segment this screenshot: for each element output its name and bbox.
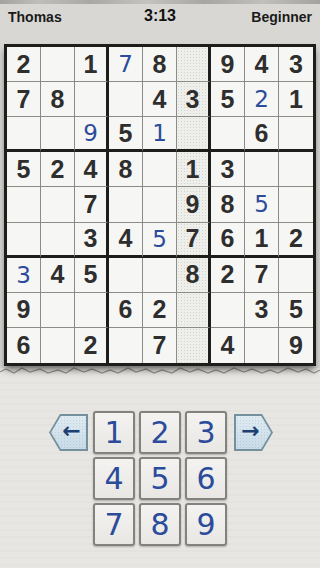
given-digit: 8 <box>51 85 65 114</box>
cell-r6c8[interactable]: 1 <box>245 223 279 258</box>
cell-r1c7[interactable]: 9 <box>211 47 245 82</box>
cell-r1c4[interactable]: 7 <box>109 47 143 82</box>
keypad-button-1[interactable]: 1 <box>93 411 135 454</box>
cell-r4c1[interactable]: 5 <box>7 152 41 187</box>
cell-r3c2[interactable] <box>41 117 75 152</box>
given-digit: 6 <box>221 224 235 253</box>
given-digit: 9 <box>17 295 31 324</box>
given-digit: 2 <box>221 260 235 289</box>
cell-r4c8[interactable] <box>245 152 279 187</box>
given-digit: 4 <box>51 260 65 289</box>
cell-r3c4[interactable]: 5 <box>109 117 143 152</box>
given-digit: 6 <box>119 295 133 324</box>
cell-r8c7[interactable] <box>211 293 245 328</box>
cell-r8c8[interactable]: 3 <box>245 293 279 328</box>
cell-r7c6[interactable]: 8 <box>177 258 211 293</box>
given-digit: 1 <box>289 85 303 114</box>
cell-r5c8[interactable]: 5 <box>245 187 279 222</box>
given-digit: 2 <box>51 155 65 184</box>
given-digit: 2 <box>289 224 303 253</box>
given-digit: 8 <box>221 190 235 219</box>
given-digit: 5 <box>17 155 31 184</box>
cell-r4c3[interactable]: 4 <box>75 152 109 187</box>
given-digit: 2 <box>153 295 167 324</box>
cell-r3c8[interactable]: 6 <box>245 117 279 152</box>
left-arrow-icon: ← <box>62 420 80 442</box>
cell-r7c7[interactable]: 2 <box>211 258 245 293</box>
cell-r2c7[interactable]: 5 <box>211 82 245 117</box>
cell-r4c2[interactable]: 2 <box>41 152 75 187</box>
given-digit: 4 <box>221 331 235 360</box>
prev-number-button[interactable]: ← <box>49 414 88 451</box>
cell-r3c9[interactable] <box>279 117 313 152</box>
given-digit: 7 <box>84 190 98 219</box>
cell-r4c4[interactable]: 8 <box>109 152 143 187</box>
cell-r7c4[interactable] <box>109 258 143 293</box>
keypad-button-3[interactable]: 3 <box>185 411 227 454</box>
given-digit: 2 <box>84 331 98 360</box>
cell-r7c1[interactable]: 3 <box>7 258 41 293</box>
given-digit: 5 <box>84 260 98 289</box>
given-digit: 7 <box>186 224 200 253</box>
cell-r2c6[interactable]: 3 <box>177 82 211 117</box>
cell-r8c3[interactable] <box>75 293 109 328</box>
keypad-button-2[interactable]: 2 <box>139 411 181 454</box>
cell-r6c6[interactable]: 7 <box>177 223 211 258</box>
cell-r7c3[interactable]: 5 <box>75 258 109 293</box>
user-digit: 1 <box>152 120 167 146</box>
cell-r2c4[interactable] <box>109 82 143 117</box>
given-digit: 1 <box>186 155 200 184</box>
cell-r6c9[interactable]: 2 <box>279 223 313 258</box>
cell-r5c2[interactable] <box>41 187 75 222</box>
cell-r5c9[interactable] <box>279 187 313 222</box>
cell-r3c7[interactable] <box>211 117 245 152</box>
cell-r5c6[interactable]: 9 <box>177 187 211 222</box>
given-digit: 4 <box>153 85 167 114</box>
user-digit: 9 <box>83 120 98 146</box>
next-number-button[interactable]: → <box>234 414 273 451</box>
cell-r5c1[interactable] <box>7 187 41 222</box>
cell-r2c3[interactable] <box>75 82 109 117</box>
keypad-row-1: 123 <box>93 411 227 454</box>
cell-r9c4[interactable] <box>109 328 143 363</box>
cell-r8c4[interactable]: 6 <box>109 293 143 328</box>
given-digit: 4 <box>84 155 98 184</box>
given-digit: 6 <box>255 119 269 148</box>
cell-r5c5[interactable] <box>143 187 177 222</box>
cell-r1c9[interactable]: 3 <box>279 47 313 82</box>
number-keypad: ← → 123456789 <box>0 411 320 551</box>
given-digit: 1 <box>255 224 269 253</box>
cell-r9c7[interactable]: 4 <box>211 328 245 363</box>
cell-r8c2[interactable] <box>41 293 75 328</box>
cell-r6c7[interactable]: 6 <box>211 223 245 258</box>
cell-r6c2[interactable] <box>41 223 75 258</box>
cell-r2c8[interactable]: 2 <box>245 82 279 117</box>
keypad-button-6[interactable]: 6 <box>185 457 227 500</box>
given-digit: 5 <box>221 85 235 114</box>
cell-r7c9[interactable] <box>279 258 313 293</box>
cell-r7c5[interactable] <box>143 258 177 293</box>
cell-r4c5[interactable] <box>143 152 177 187</box>
given-digit: 3 <box>221 155 235 184</box>
given-digit: 9 <box>186 190 200 219</box>
given-digit: 2 <box>17 50 31 79</box>
cell-r2c5[interactable]: 4 <box>143 82 177 117</box>
sudoku-app-screen: Thomas 3:13 Beginner 2178943784352195165… <box>0 0 320 568</box>
cell-r8c5[interactable]: 2 <box>143 293 177 328</box>
cell-r8c1[interactable]: 9 <box>7 293 41 328</box>
cell-r4c7[interactable]: 3 <box>211 152 245 187</box>
keypad-button-7[interactable]: 7 <box>93 503 135 546</box>
sudoku-board: 2178943784352195165248137985345761234582… <box>4 44 316 366</box>
cell-r7c8[interactable]: 7 <box>245 258 279 293</box>
cell-r3c1[interactable] <box>7 117 41 152</box>
user-digit: 2 <box>254 86 269 112</box>
cell-r9c2[interactable] <box>41 328 75 363</box>
cell-r2c1[interactable]: 7 <box>7 82 41 117</box>
keypad-button-9[interactable]: 9 <box>185 503 227 546</box>
given-digit: 9 <box>289 331 303 360</box>
cell-r9c1[interactable]: 6 <box>7 328 41 363</box>
cell-r1c2[interactable] <box>41 47 75 82</box>
given-digit: 3 <box>186 85 200 114</box>
given-digit: 7 <box>153 331 167 360</box>
given-digit: 8 <box>186 260 200 289</box>
cell-r6c3[interactable]: 3 <box>75 223 109 258</box>
given-digit: 1 <box>84 50 98 79</box>
cell-r2c2[interactable]: 8 <box>41 82 75 117</box>
keypad-row-3: 789 <box>93 503 227 546</box>
given-digit: 7 <box>17 85 31 114</box>
given-digit: 5 <box>289 295 303 324</box>
cell-r1c3[interactable]: 1 <box>75 47 109 82</box>
torn-paper-edge <box>0 364 320 382</box>
given-digit: 6 <box>17 331 31 360</box>
user-digit: 3 <box>16 262 31 288</box>
cell-r1c8[interactable]: 4 <box>245 47 279 82</box>
keypad-button-8[interactable]: 8 <box>139 503 181 546</box>
cell-r9c8[interactable] <box>245 328 279 363</box>
cell-r4c9[interactable] <box>279 152 313 187</box>
cell-r1c1[interactable]: 2 <box>7 47 41 82</box>
given-digit: 3 <box>255 295 269 324</box>
header-bar: Thomas 3:13 Beginner <box>0 0 320 30</box>
cell-r1c5[interactable]: 8 <box>143 47 177 82</box>
cell-r6c5[interactable]: 5 <box>143 223 177 258</box>
user-digit: 7 <box>118 51 133 77</box>
given-digit: 3 <box>84 224 98 253</box>
cell-r6c1[interactable] <box>7 223 41 258</box>
cell-r9c9[interactable]: 9 <box>279 328 313 363</box>
cell-r8c9[interactable]: 5 <box>279 293 313 328</box>
given-digit: 8 <box>153 50 167 79</box>
cell-r5c4[interactable] <box>109 187 143 222</box>
cell-r9c6[interactable] <box>177 328 211 363</box>
cell-r4c6[interactable]: 1 <box>177 152 211 187</box>
keypad-button-4[interactable]: 4 <box>93 457 135 500</box>
cell-r9c5[interactable]: 7 <box>143 328 177 363</box>
difficulty-label: Beginner <box>251 9 312 25</box>
cell-r3c6[interactable] <box>177 117 211 152</box>
user-digit: 5 <box>152 226 167 252</box>
user-digit: 5 <box>254 191 269 217</box>
keypad-button-5[interactable]: 5 <box>139 457 181 500</box>
cell-r8c6[interactable] <box>177 293 211 328</box>
given-digit: 7 <box>255 260 269 289</box>
cell-r5c3[interactable]: 7 <box>75 187 109 222</box>
given-digit: 5 <box>119 119 133 148</box>
given-digit: 9 <box>221 50 235 79</box>
given-digit: 4 <box>119 224 133 253</box>
given-digit: 4 <box>255 50 269 79</box>
given-digit: 8 <box>119 155 133 184</box>
cell-r1c6[interactable] <box>177 47 211 82</box>
cell-r3c5[interactable]: 1 <box>143 117 177 152</box>
cell-r3c3[interactable]: 9 <box>75 117 109 152</box>
right-arrow-icon: → <box>241 420 259 442</box>
cell-r2c9[interactable]: 1 <box>279 82 313 117</box>
keypad-row-2: 456 <box>93 457 227 500</box>
cell-r6c4[interactable]: 4 <box>109 223 143 258</box>
cell-r9c3[interactable]: 2 <box>75 328 109 363</box>
cell-r5c7[interactable]: 8 <box>211 187 245 222</box>
given-digit: 3 <box>289 50 303 79</box>
cell-r7c2[interactable]: 4 <box>41 258 75 293</box>
